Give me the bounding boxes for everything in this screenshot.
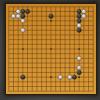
star-point	[22, 48, 24, 50]
white-stone	[11, 14, 15, 18]
white-stone	[68, 75, 72, 79]
white-stone	[82, 9, 86, 13]
star-point	[50, 76, 52, 78]
app-background	[0, 0, 100, 100]
white-stone	[21, 19, 25, 23]
white-stone	[77, 66, 81, 70]
black-stone	[72, 75, 76, 79]
black-stone	[21, 14, 25, 18]
star-point	[50, 48, 52, 50]
black-stone	[77, 9, 81, 13]
black-stone	[21, 9, 25, 13]
go-board-svg	[6, 4, 96, 94]
black-stone	[77, 19, 81, 23]
white-stone	[77, 23, 81, 27]
star-point	[50, 20, 52, 22]
black-stone	[25, 9, 29, 13]
white-stone	[16, 9, 20, 13]
go-board[interactable]	[5, 3, 97, 95]
black-stone	[49, 14, 53, 18]
black-stone	[21, 75, 25, 79]
white-stone	[16, 14, 20, 18]
white-stone	[82, 14, 86, 18]
black-stone	[77, 70, 81, 74]
star-point	[78, 48, 80, 50]
white-stone	[77, 56, 81, 60]
black-stone	[77, 28, 81, 32]
white-stone	[21, 28, 25, 32]
white-stone	[58, 75, 62, 79]
star-point	[78, 76, 80, 78]
black-stone	[77, 14, 81, 18]
